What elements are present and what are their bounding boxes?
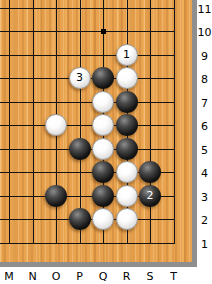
row-labels: 1110987654321 (197, 0, 212, 267)
row-label-6: 6 (201, 120, 208, 133)
stone-white-R8 (116, 67, 138, 89)
row-label-4: 4 (201, 167, 208, 180)
go-diagram: 132 MNOPQRST 1110987654321 (0, 0, 212, 284)
stone-white-P8: 3 (69, 67, 91, 89)
stone-black-P5 (69, 138, 91, 160)
row-label-11: 11 (198, 2, 212, 15)
row-label-9: 9 (201, 49, 208, 62)
move-number-label: 1 (123, 44, 130, 66)
stone-white-R9: 1 (116, 44, 138, 66)
column-label-R: R (123, 269, 131, 282)
column-label-N: N (28, 269, 36, 282)
row-label-8: 8 (201, 73, 208, 86)
stone-black-R6 (116, 114, 138, 136)
stone-black-O3 (45, 185, 67, 207)
row-label-1: 1 (201, 237, 208, 250)
stone-white-R2 (116, 208, 138, 230)
stone-black-Q8 (92, 67, 114, 89)
stone-white-Q6 (92, 114, 114, 136)
board-frame: 132 (0, 0, 197, 267)
column-labels: MNOPQRST (0, 267, 197, 284)
stone-white-R3 (116, 185, 138, 207)
stone-black-R5 (116, 138, 138, 160)
column-label-M: M (4, 269, 14, 282)
column-label-S: S (147, 269, 154, 282)
move-number-label: 2 (147, 185, 154, 207)
stone-black-Q3 (92, 185, 114, 207)
stone-black-R7 (116, 91, 138, 113)
move-number-label: 3 (76, 67, 83, 89)
stone-white-Q7 (92, 91, 114, 113)
stone-white-Q5 (92, 138, 114, 160)
stone-black-Q4 (92, 161, 114, 183)
stone-black-S4 (139, 161, 161, 183)
row-label-5: 5 (201, 143, 208, 156)
stones-layer: 132 (0, 0, 185, 254)
go-board[interactable]: 132 (0, 0, 192, 262)
column-label-O: O (52, 269, 61, 282)
stone-white-O6 (45, 114, 67, 136)
column-label-P: P (76, 269, 83, 282)
stone-white-Q2 (92, 208, 114, 230)
stone-black-S3: 2 (139, 185, 161, 207)
column-label-T: T (170, 269, 177, 282)
row-label-10: 10 (198, 26, 212, 39)
stone-white-R4 (116, 161, 138, 183)
row-label-3: 3 (201, 190, 208, 203)
row-label-2: 2 (201, 214, 208, 227)
row-label-7: 7 (201, 96, 208, 109)
stone-black-P2 (69, 208, 91, 230)
column-label-Q: Q (99, 269, 108, 282)
